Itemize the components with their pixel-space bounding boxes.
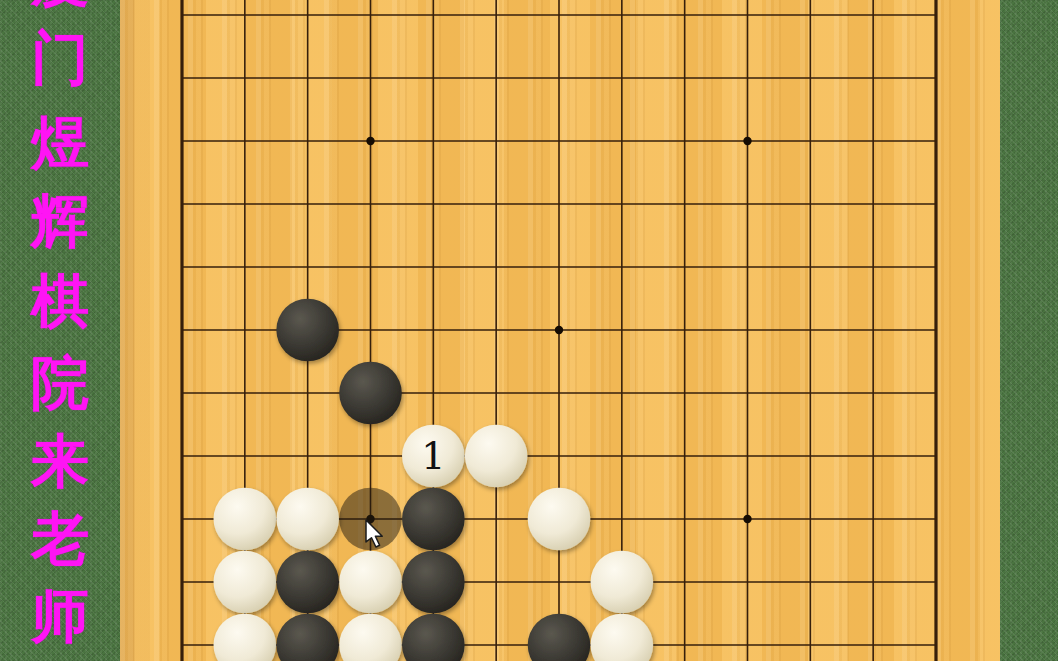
ghost-stone-layer[interactable] xyxy=(339,488,402,551)
ghost-stone-preview[interactable] xyxy=(339,488,402,551)
stone-white[interactable] xyxy=(591,614,654,661)
star-point xyxy=(743,137,751,145)
stone-black[interactable] xyxy=(276,551,339,614)
stone-white[interactable] xyxy=(339,551,402,614)
stone-white[interactable] xyxy=(214,488,277,551)
stone-white[interactable] xyxy=(276,488,339,551)
stone-black[interactable] xyxy=(402,614,465,661)
star-point xyxy=(743,515,751,523)
move-number-label: 1 xyxy=(421,434,445,478)
stone-white[interactable] xyxy=(214,614,277,661)
stone-white[interactable]: 1 xyxy=(402,425,465,488)
stone-black[interactable] xyxy=(276,614,339,661)
stone-white[interactable] xyxy=(339,614,402,661)
stone-black[interactable] xyxy=(528,614,591,661)
stone-white[interactable] xyxy=(528,488,591,551)
stone-black[interactable] xyxy=(402,488,465,551)
stone-white[interactable] xyxy=(214,551,277,614)
star-point xyxy=(366,137,374,145)
stone-black[interactable] xyxy=(276,299,339,362)
stone-white[interactable] xyxy=(591,551,654,614)
stone-black[interactable] xyxy=(402,551,465,614)
app-window: 厦门煜辉棋院来老师 1 xyxy=(0,0,1058,661)
stone-black[interactable] xyxy=(339,362,402,425)
stone-white[interactable] xyxy=(465,425,528,488)
star-point xyxy=(555,326,563,334)
board-overlay: 1 xyxy=(0,0,1058,661)
